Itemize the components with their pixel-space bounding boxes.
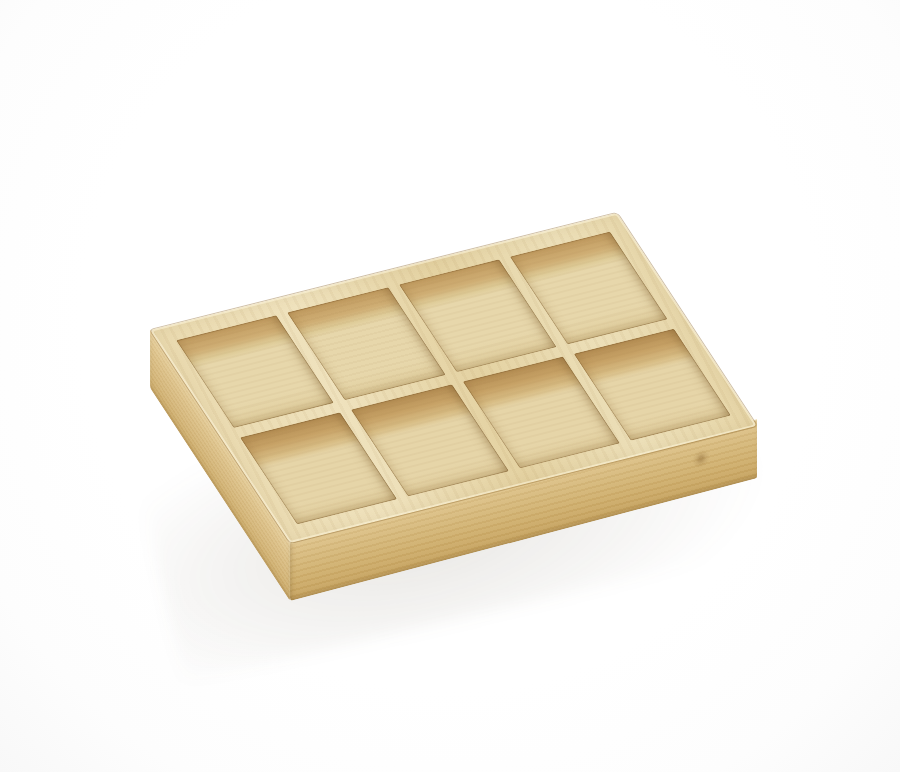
photo-background	[0, 0, 900, 772]
